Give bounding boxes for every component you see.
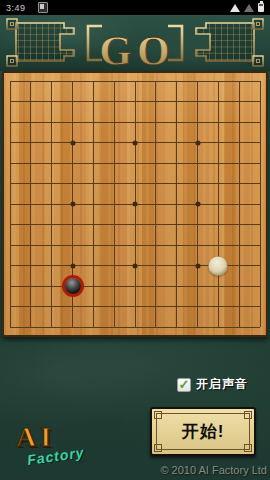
button-corner-ornament bbox=[154, 444, 162, 452]
star-point bbox=[195, 263, 200, 268]
copyright-text: © 2010 AI Factory Ltd bbox=[160, 464, 267, 476]
grid-line-vertical bbox=[218, 81, 219, 327]
title-banner: GO bbox=[0, 15, 270, 71]
star-point bbox=[70, 140, 75, 145]
star-point bbox=[195, 140, 200, 145]
status-icons bbox=[230, 3, 264, 12]
left-lattice-ornament bbox=[7, 19, 102, 66]
sound-checkbox[interactable]: ✓ bbox=[177, 378, 191, 392]
go-board bbox=[2, 71, 268, 337]
star-point bbox=[133, 140, 138, 145]
sound-toggle-row: ✓ 开启声音 bbox=[177, 376, 248, 393]
app-title: GO bbox=[99, 28, 174, 71]
button-corner-ornament bbox=[244, 444, 252, 452]
start-button[interactable]: 开始! bbox=[150, 407, 256, 456]
notification-icon bbox=[38, 2, 48, 13]
star-point bbox=[133, 263, 138, 268]
star-point bbox=[70, 202, 75, 207]
sound-checkbox-label[interactable]: 开启声音 bbox=[196, 376, 248, 393]
status-bar: 3:49 bbox=[0, 0, 270, 15]
grid-line-horizontal bbox=[10, 286, 260, 287]
star-point bbox=[70, 263, 75, 268]
grid-line-vertical bbox=[239, 81, 240, 327]
grid-line-horizontal bbox=[10, 327, 260, 328]
wifi-icon bbox=[230, 4, 240, 12]
grid-line-horizontal bbox=[10, 224, 260, 225]
grid-line-horizontal bbox=[10, 306, 260, 307]
button-corner-ornament bbox=[244, 411, 252, 419]
star-point bbox=[195, 202, 200, 207]
grid-line-vertical bbox=[176, 81, 177, 327]
start-button-label: 开始! bbox=[182, 420, 225, 443]
white-stone bbox=[209, 256, 228, 275]
grid-line-vertical bbox=[260, 81, 261, 327]
banner-ornaments: GO bbox=[0, 15, 270, 71]
right-lattice-ornament bbox=[168, 19, 263, 66]
black-stone-last-move bbox=[65, 278, 81, 294]
button-corner-ornament bbox=[154, 411, 162, 419]
go-app-screen: 3:49 bbox=[0, 0, 270, 480]
star-point bbox=[133, 202, 138, 207]
go-board-grid[interactable] bbox=[10, 81, 260, 327]
battery-icon bbox=[258, 3, 264, 12]
checkmark-icon: ✓ bbox=[179, 378, 190, 391]
cell-signal-icon bbox=[244, 4, 254, 12]
grid-line-horizontal bbox=[10, 245, 260, 246]
clock: 3:49 bbox=[6, 3, 26, 13]
grid-line-vertical bbox=[155, 81, 156, 327]
